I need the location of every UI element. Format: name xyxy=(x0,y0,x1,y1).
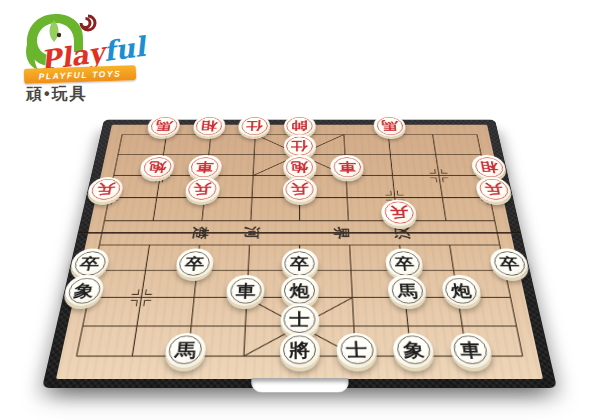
piece-character: 卒 xyxy=(79,255,101,270)
piece-character: 相 xyxy=(200,120,218,131)
piece-red-2-3[interactable]: 兵 xyxy=(184,177,220,202)
piece-black-4-9[interactable]: 將 xyxy=(279,333,319,368)
brand-banner-text: PLAYFUL TOYS xyxy=(38,68,121,81)
piece-character: 兵 xyxy=(95,183,116,196)
piece-character: 士 xyxy=(289,311,309,328)
piece-red-4-2[interactable]: 炮 xyxy=(283,155,316,179)
piece-black-2-6[interactable]: 卒 xyxy=(175,249,215,278)
piece-black-4-7[interactable]: 炮 xyxy=(281,275,319,306)
piece-red-2-2[interactable]: 車 xyxy=(187,155,223,179)
piece-black-6-7[interactable]: 馬 xyxy=(387,275,428,306)
piece-character: 車 xyxy=(235,282,256,298)
piece-black-4-8[interactable]: 士 xyxy=(280,303,319,336)
piece-red-2-0[interactable]: 相 xyxy=(192,115,226,137)
board-frame: 楚 河 界 汉 馬相仕帥馬仕炮車炮車相兵兵兵兵兵卒卒卒卒卒象車炮馬炮士馬將士象車 xyxy=(42,120,557,388)
piece-character: 炮 xyxy=(291,161,308,174)
piece-red-4-0[interactable]: 帥 xyxy=(284,115,316,137)
piece-character: 卒 xyxy=(184,255,205,270)
xiangqi-board-scene: 楚 河 界 汉 馬相仕帥馬仕炮車炮車相兵兵兵兵兵卒卒卒卒卒象車炮馬炮士馬將士象車 xyxy=(42,120,557,388)
piece-black-7-7[interactable]: 炮 xyxy=(440,275,482,306)
piece-black-6-6[interactable]: 卒 xyxy=(385,249,425,278)
playful-toys-logo: Playful PLAYFUL TOYS 頑•玩具 xyxy=(10,4,160,104)
piece-character: 卒 xyxy=(290,255,309,270)
pieces-layer: 馬相仕帥馬仕炮車炮車相兵兵兵兵兵卒卒卒卒卒象車炮馬炮士馬將士象車 xyxy=(56,125,543,379)
piece-black-0-6[interactable]: 卒 xyxy=(68,249,111,278)
piece-black-5-9[interactable]: 士 xyxy=(336,333,378,368)
piece-character: 炮 xyxy=(148,161,167,174)
piece-character: 帥 xyxy=(291,120,308,131)
piece-red-8-2[interactable]: 相 xyxy=(470,155,508,179)
piece-character: 馬 xyxy=(397,282,418,298)
piece-red-1-0[interactable]: 馬 xyxy=(146,115,181,137)
piece-character: 炮 xyxy=(290,282,310,298)
piece-character: 兵 xyxy=(483,183,504,196)
piece-character: 兵 xyxy=(193,183,212,196)
piece-red-4-1[interactable]: 仕 xyxy=(283,135,316,158)
piece-character: 馬 xyxy=(155,120,173,131)
piece-character: 象 xyxy=(72,282,95,298)
piece-red-6-0[interactable]: 馬 xyxy=(373,115,407,137)
piece-character: 車 xyxy=(196,161,215,174)
piece-red-3-0[interactable]: 仕 xyxy=(238,115,271,137)
piece-character: 車 xyxy=(459,341,483,359)
piece-character: 將 xyxy=(289,341,310,359)
piece-black-8-6[interactable]: 卒 xyxy=(488,249,531,278)
piece-black-2-9[interactable]: 馬 xyxy=(164,333,207,368)
brand-ful-text: ful xyxy=(101,31,146,67)
piece-red-1-2[interactable]: 炮 xyxy=(139,155,176,179)
piece-character: 仕 xyxy=(291,140,308,152)
brand-tagline: 頑•玩具 xyxy=(26,84,88,105)
piece-character: 馬 xyxy=(381,120,399,131)
piece-red-5-2[interactable]: 車 xyxy=(330,155,364,179)
piece-character: 兵 xyxy=(389,206,409,220)
piece-black-7-9[interactable]: 車 xyxy=(448,333,493,368)
piece-character: 士 xyxy=(346,341,368,359)
piece-character: 車 xyxy=(338,161,356,174)
piece-black-0-7[interactable]: 象 xyxy=(62,275,106,306)
piece-character: 象 xyxy=(402,341,425,359)
piece-black-3-7[interactable]: 車 xyxy=(226,275,265,306)
piece-black-6-9[interactable]: 象 xyxy=(392,333,435,368)
piece-black-4-6[interactable]: 卒 xyxy=(281,249,318,278)
piece-character: 卒 xyxy=(394,255,415,270)
piece-character: 兵 xyxy=(291,183,309,196)
piece-character: 仕 xyxy=(246,120,263,131)
piece-character: 卒 xyxy=(498,255,520,270)
piece-character: 相 xyxy=(479,161,499,174)
board-surface[interactable]: 楚 河 界 汉 馬相仕帥馬仕炮車炮車相兵兵兵兵兵卒卒卒卒卒象車炮馬炮士馬將士象車 xyxy=(56,125,543,379)
piece-character: 炮 xyxy=(450,282,472,298)
piece-red-4-3[interactable]: 兵 xyxy=(282,177,316,202)
piece-red-0-3[interactable]: 兵 xyxy=(86,177,125,202)
piece-red-6-4[interactable]: 兵 xyxy=(381,200,418,226)
piece-character: 馬 xyxy=(174,341,197,359)
piece-red-8-3[interactable]: 兵 xyxy=(474,177,513,202)
